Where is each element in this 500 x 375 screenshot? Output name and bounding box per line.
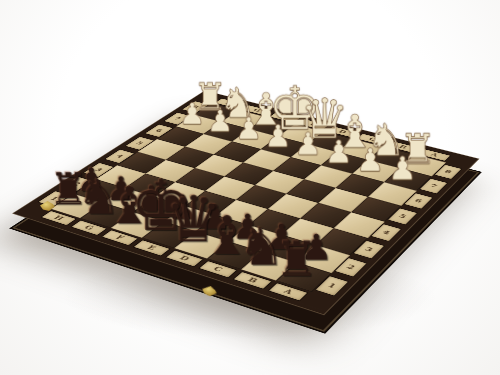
white-pawn-a7: ♟ <box>388 153 417 185</box>
coordinate-chip: G <box>70 220 109 236</box>
square-g5 <box>166 147 214 168</box>
rank-label-7: 7 <box>417 176 450 195</box>
coordinate-chip: 7 <box>419 178 448 194</box>
photo-canvas: HGFEDCBA8♜♞♝♚♛♝♞♜87♟♟♟♟♟♟♟♟7665544332♟♟♟… <box>0 0 500 375</box>
coordinate-chip: 4 <box>104 149 135 164</box>
square-b6 <box>336 174 385 197</box>
coordinate-chip: 3 <box>353 240 386 259</box>
chess-board: HGFEDCBA8♜♞♝♚♛♝♞♜87♟♟♟♟♟♟♟♟7665544332♟♟♟… <box>12 90 479 315</box>
scene: HGFEDCBA8♜♞♝♚♛♝♞♜87♟♟♟♟♟♟♟♟7665544332♟♟♟… <box>0 0 500 375</box>
board-face: HGFEDCBA8♜♞♝♚♛♝♞♜87♟♟♟♟♟♟♟♟7665544332♟♟♟… <box>12 90 479 315</box>
